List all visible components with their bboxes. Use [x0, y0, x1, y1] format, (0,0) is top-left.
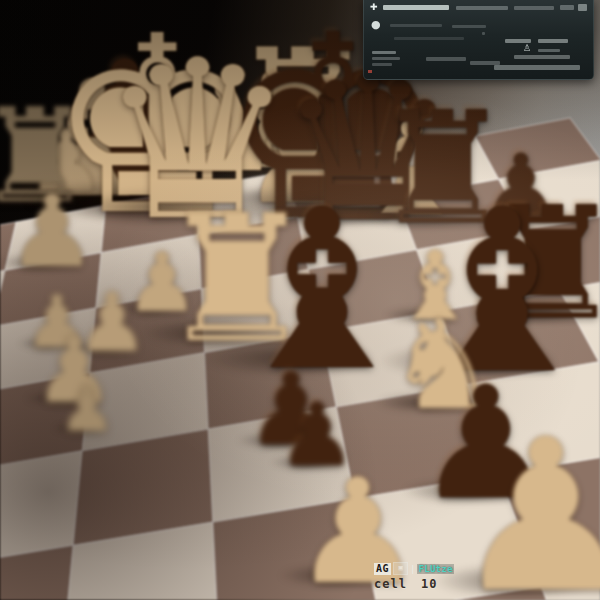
hud-text-bar [426, 57, 466, 61]
hud-text-bar [383, 5, 449, 10]
debug-tag-row2: cell 10 [374, 577, 454, 591]
tag-separator: | [410, 564, 415, 574]
tag-line2-right: 10 [421, 577, 437, 591]
hud-text-bar [505, 39, 531, 43]
hud-text-bar [394, 37, 464, 40]
debug-tag-row1: AG ▣ | FLUtze [374, 562, 454, 575]
hud-text-bar [514, 6, 554, 10]
hud-text-bar [452, 25, 486, 28]
hud-text-bar [494, 65, 580, 70]
hud-panel[interactable]: ✚ ● ♙ [363, 0, 594, 80]
hud-text-bar [482, 32, 485, 35]
hud-text-bar [560, 5, 574, 10]
hud-text-bar [372, 57, 400, 60]
white-pawn-piece[interactable]: ♟ [452, 412, 600, 600]
debug-tag-overlay: AG ▣ | FLUtze cell 10 [374, 562, 454, 591]
hud-text-bar [390, 24, 442, 27]
tag-badge: AG [374, 563, 391, 575]
plus-icon: ✚ [370, 3, 378, 12]
checkbox-icon: ▣ [393, 562, 408, 575]
radio-circle-icon: ● [371, 19, 381, 30]
hud-corner-icon[interactable] [578, 4, 587, 11]
pawn-badge-icon: ♙ [523, 44, 531, 53]
hud-text-bar [456, 6, 508, 10]
hud-text-bar [514, 55, 570, 59]
pieces-layer: ♜♝♟♚♛♟♟♝♜♚♛♟♟♝♜♟♟♟♟♟♟♜♝♝♝♜♞♟♟♟♟♟♟ [0, 0, 600, 600]
hud-text-bar [372, 51, 396, 54]
white-pawn-piece[interactable]: ♟ [58, 377, 115, 441]
screenshot-frame: ♜♝♟♚♛♟♟♝♜♚♛♟♟♝♜♟♟♟♟♟♟♜♝♝♝♜♞♟♟♟♟♟♟ ✚ ● ♙ … [0, 0, 600, 600]
red-indicator-dot [368, 70, 372, 73]
tag-label: FLUtze [417, 564, 453, 574]
hud-text-bar [372, 63, 392, 66]
tag-line2-left: cell [374, 577, 407, 591]
hud-text-bar [538, 49, 560, 52]
hud-text-bar [538, 39, 568, 43]
white-pawn-piece[interactable]: ♟ [7, 182, 97, 282]
